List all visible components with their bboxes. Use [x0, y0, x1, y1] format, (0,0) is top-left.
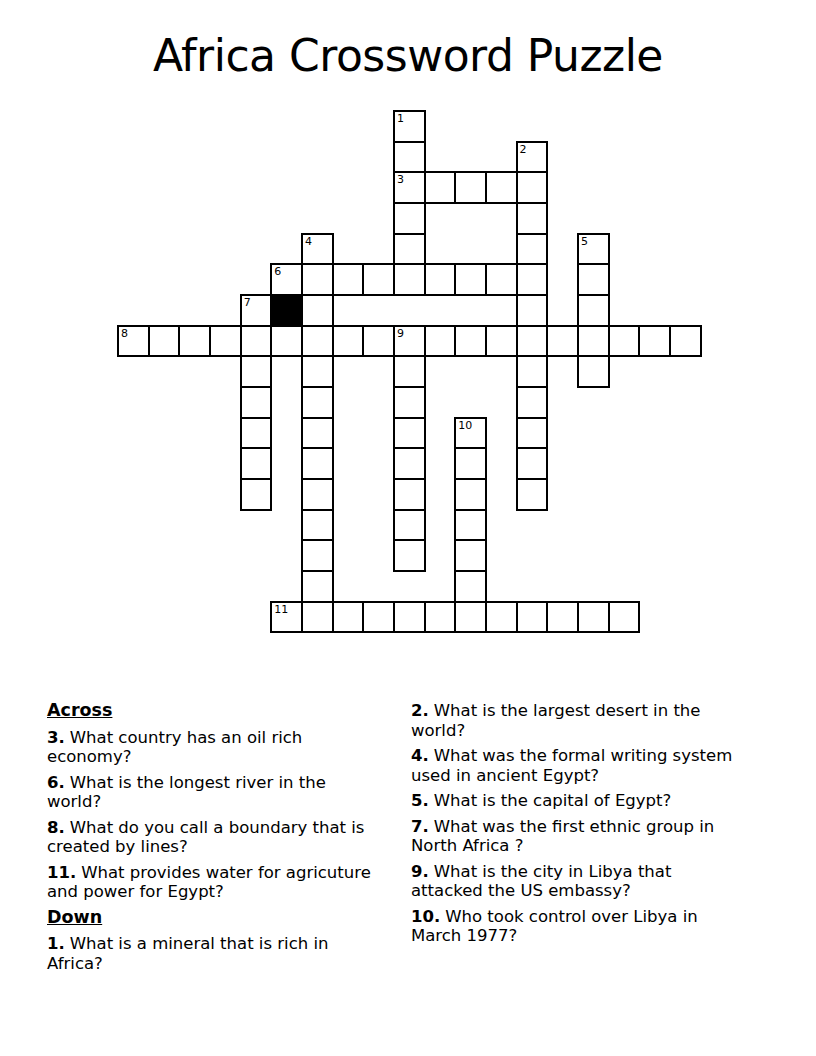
grid-cell[interactable] — [454, 171, 487, 204]
cell-number: 10 — [458, 420, 472, 431]
grid-cell[interactable] — [516, 294, 549, 327]
grid-cell[interactable] — [638, 325, 671, 358]
grid-cell[interactable] — [424, 263, 457, 296]
grid-cell[interactable] — [301, 386, 334, 419]
grid-cell[interactable] — [332, 263, 365, 296]
grid-cell[interactable] — [362, 325, 395, 358]
clue-across-3: 3.What country has an oil rich economy? — [47, 728, 383, 767]
grid-cell[interactable] — [209, 325, 242, 358]
grid-cell[interactable] — [301, 263, 334, 296]
grid-cell[interactable] — [577, 263, 610, 296]
grid-cell[interactable] — [454, 539, 487, 572]
grid-cell[interactable] — [454, 263, 487, 296]
grid-cell[interactable] — [240, 325, 273, 358]
clues-right-column: 2.What is the largest desert in the worl… — [411, 701, 744, 952]
grid-cell[interactable] — [240, 386, 273, 419]
grid-cell[interactable] — [393, 355, 426, 388]
grid-cell[interactable] — [393, 386, 426, 419]
grid-cell[interactable] — [393, 539, 426, 572]
grid-cell[interactable] — [301, 325, 334, 358]
clue-text: What country has an oil rich economy? — [47, 728, 302, 767]
cell-number: 3 — [397, 174, 404, 185]
cell-number: 7 — [244, 297, 251, 308]
grid-cell[interactable] — [546, 601, 579, 634]
grid-cell[interactable] — [516, 447, 549, 480]
grid-cell[interactable] — [393, 601, 426, 634]
grid-cell[interactable] — [577, 294, 610, 327]
grid-cell[interactable] — [516, 263, 549, 296]
grid-cell[interactable] — [454, 478, 487, 511]
cell-number: 8 — [121, 328, 128, 339]
clue-number: 8. — [47, 818, 65, 837]
grid-cell[interactable] — [454, 509, 487, 542]
cell-number: 2 — [520, 144, 527, 155]
clue-number: 6. — [47, 773, 65, 792]
grid-cell[interactable] — [454, 601, 487, 634]
clue-across-6: 6.What is the longest river in the world… — [47, 773, 383, 812]
grid-cell[interactable] — [393, 478, 426, 511]
grid-cell[interactable] — [301, 417, 334, 450]
grid-cell[interactable] — [393, 509, 426, 542]
grid-cell[interactable] — [393, 202, 426, 235]
grid-cell[interactable] — [485, 325, 518, 358]
clue-text: What is the longest river in the world? — [47, 773, 326, 812]
grid-cell[interactable] — [301, 509, 334, 542]
clue-text: What is a mineral that is rich in Africa… — [47, 934, 328, 973]
grid-cell[interactable] — [516, 478, 549, 511]
grid-cell[interactable] — [332, 601, 365, 634]
grid-cell[interactable] — [516, 355, 549, 388]
clue-number: 7. — [411, 817, 429, 836]
grid-cell[interactable] — [240, 447, 273, 480]
clue-text: What was the formal writing system used … — [411, 746, 732, 785]
clues-left-column: Across3.What country has an oil rich eco… — [47, 701, 383, 979]
grid-cell[interactable] — [270, 325, 303, 358]
grid-cell[interactable] — [424, 171, 457, 204]
grid-cell[interactable] — [454, 325, 487, 358]
grid-cell[interactable] — [454, 570, 487, 603]
black-cell — [270, 294, 303, 327]
clue-down-4: 4.What was the formal writing system use… — [411, 746, 744, 785]
clue-number: 4. — [411, 746, 429, 765]
clue-text: What is the largest desert in the world? — [411, 701, 700, 740]
grid-cell[interactable] — [301, 355, 334, 388]
grid-cell[interactable] — [240, 478, 273, 511]
clue-across-11: 11.What provides water for agricuture an… — [47, 863, 383, 902]
grid-cell[interactable] — [393, 447, 426, 480]
grid-cell[interactable] — [393, 141, 426, 174]
clue-number: 5. — [411, 791, 429, 810]
grid-cell[interactable] — [485, 171, 518, 204]
crossword-grid: 1234567891011 — [117, 110, 702, 634]
grid-cell[interactable] — [301, 570, 334, 603]
grid-cell[interactable] — [577, 325, 610, 358]
down-header: Down — [47, 908, 383, 928]
grid-cell[interactable] — [393, 263, 426, 296]
clue-number: 9. — [411, 862, 429, 881]
clue-down-2: 2.What is the largest desert in the worl… — [411, 701, 744, 740]
clue-down-9: 9.What is the city in Libya that attacke… — [411, 862, 744, 901]
grid-cell[interactable] — [485, 601, 518, 634]
grid-cell[interactable] — [240, 417, 273, 450]
grid-cell[interactable] — [424, 601, 457, 634]
grid-cell[interactable] — [424, 325, 457, 358]
grid-cell[interactable] — [516, 233, 549, 266]
grid-cell[interactable] — [301, 539, 334, 572]
grid-cell[interactable] — [577, 355, 610, 388]
clue-text: Who took control over Libya in March 197… — [411, 907, 698, 946]
cell-number: 6 — [274, 266, 281, 277]
across-header: Across — [47, 701, 383, 721]
cell-number: 5 — [581, 236, 588, 247]
cell-number: 9 — [397, 328, 404, 339]
cell-number: 4 — [305, 236, 312, 247]
grid-cell[interactable] — [301, 447, 334, 480]
grid-cell[interactable] — [301, 601, 334, 634]
clue-down-1: 1.What is a mineral that is rich in Afri… — [47, 934, 383, 973]
cell-number: 1 — [397, 113, 404, 124]
grid-cell[interactable] — [454, 447, 487, 480]
cell-number: 11 — [274, 604, 288, 615]
clue-text: What is the city in Libya that attacked … — [411, 862, 671, 901]
grid-cell[interactable] — [516, 417, 549, 450]
clue-text: What provides water for agricuture and p… — [47, 863, 371, 902]
page-title: Africa Crossword Puzzle — [0, 30, 816, 81]
grid-cell[interactable] — [148, 325, 181, 358]
clue-text: What do you call a boundary that is crea… — [47, 818, 364, 857]
grid-cell[interactable] — [608, 325, 641, 358]
grid-cell[interactable] — [301, 478, 334, 511]
clue-across-8: 8.What do you call a boundary that is cr… — [47, 818, 383, 857]
grid-cell[interactable] — [393, 417, 426, 450]
grid-cell[interactable] — [669, 325, 702, 358]
clue-down-10: 10.Who took control over Libya in March … — [411, 907, 744, 946]
grid-cell[interactable] — [546, 325, 579, 358]
grid-cell[interactable] — [362, 263, 395, 296]
grid-cell[interactable] — [362, 601, 395, 634]
clue-text: What is the capital of Egypt? — [434, 791, 672, 810]
clue-number: 2. — [411, 701, 429, 720]
clue-text: What was the first ethnic group in North… — [411, 817, 714, 856]
clue-number: 11. — [47, 863, 76, 882]
grid-cell[interactable] — [485, 263, 518, 296]
clue-down-7: 7.What was the first ethnic group in Nor… — [411, 817, 744, 856]
grid-cell[interactable] — [516, 386, 549, 419]
grid-cell[interactable] — [516, 202, 549, 235]
grid-cell[interactable] — [516, 325, 549, 358]
grid-cell[interactable] — [332, 325, 365, 358]
clue-number: 10. — [411, 907, 440, 926]
grid-cell[interactable] — [393, 233, 426, 266]
grid-cell[interactable] — [608, 601, 641, 634]
clue-number: 3. — [47, 728, 65, 747]
grid-cell[interactable] — [516, 601, 549, 634]
grid-cell[interactable] — [577, 601, 610, 634]
grid-cell[interactable] — [240, 355, 273, 388]
grid-cell[interactable] — [301, 294, 334, 327]
clue-number: 1. — [47, 934, 65, 953]
clue-down-5: 5.What is the capital of Egypt? — [411, 791, 744, 811]
grid-cell[interactable] — [516, 171, 549, 204]
grid-cell[interactable] — [178, 325, 211, 358]
